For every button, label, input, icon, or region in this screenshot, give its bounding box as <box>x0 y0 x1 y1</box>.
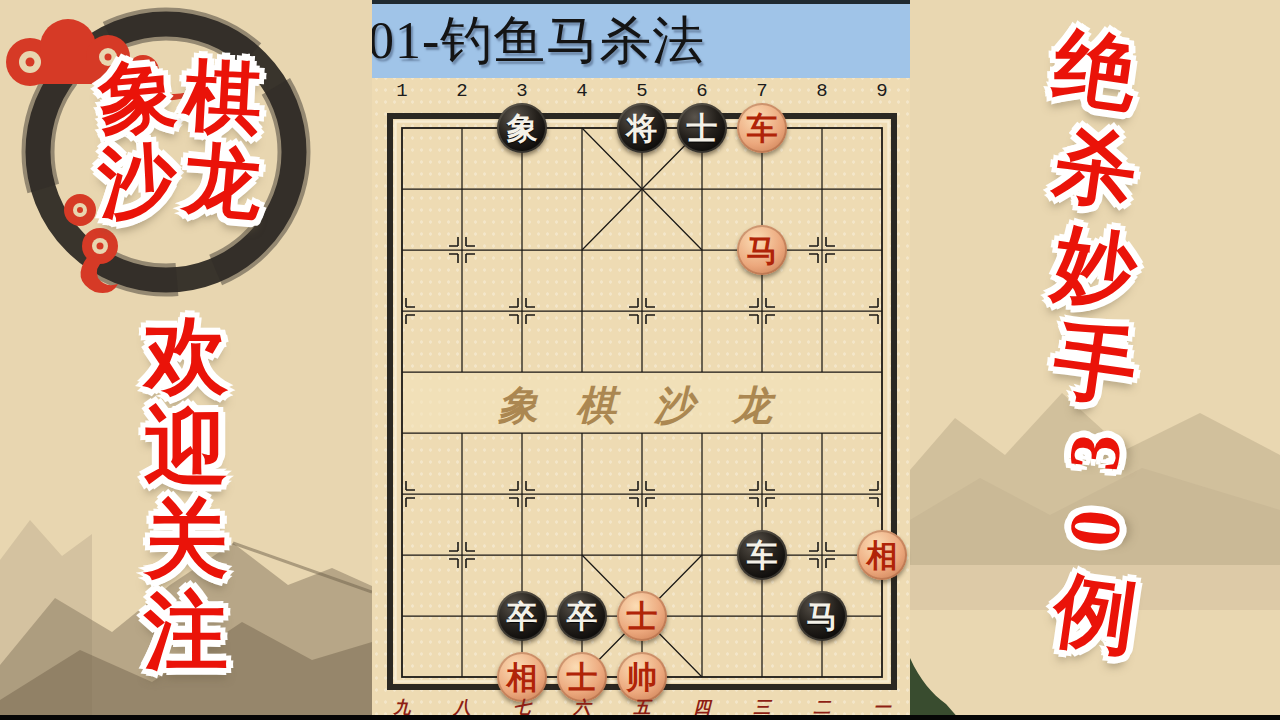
logo-char: 象 <box>92 52 184 143</box>
right-slogan: 绝杀妙手30例 <box>1010 22 1180 664</box>
file-label-bottom: 六 <box>552 696 612 716</box>
channel-logo: 象棋沙龙 <box>95 56 265 224</box>
red-elephant[interactable]: 相 <box>497 652 547 702</box>
slogan-char: 0 <box>1055 506 1134 550</box>
file-label-top: 4 <box>552 80 612 102</box>
slogan-char: 3 <box>1055 430 1134 474</box>
file-label-top: 5 <box>612 80 672 102</box>
file-label-bottom: 七 <box>492 696 552 716</box>
left-slogan: 欢迎关注 <box>0 310 372 678</box>
left-panel: 象棋沙龙 欢迎关注 <box>0 0 372 720</box>
right-panel: 绝杀妙手30例 <box>910 0 1280 720</box>
red-general[interactable]: 帅 <box>617 652 667 702</box>
video-frame: 象棋沙龙 欢迎关注 01-钓鱼马杀法 123456789 象 棋 沙 龙 象将士… <box>0 0 1280 720</box>
slogan-char: 欢 <box>144 310 228 402</box>
slogan-char: 关 <box>144 494 228 586</box>
file-label-top: 3 <box>492 80 552 102</box>
slogan-char: 绝 <box>1048 17 1143 125</box>
black-general[interactable]: 将 <box>617 103 667 153</box>
red-advisor[interactable]: 士 <box>617 591 667 641</box>
file-label-bottom: 二 <box>792 696 852 716</box>
slogan-char: 例 <box>1048 561 1143 669</box>
file-labels-top: 123456789 <box>372 80 912 102</box>
file-label-top: 1 <box>372 80 432 102</box>
slogan-char: 迎 <box>144 402 228 494</box>
logo-char: 龙 <box>177 136 269 227</box>
file-label-top: 2 <box>432 80 492 102</box>
file-label-bottom: 一 <box>852 696 912 716</box>
file-label-bottom: 九 <box>372 696 432 716</box>
slogan-char: 注 <box>144 586 228 678</box>
red-horse[interactable]: 马 <box>737 225 787 275</box>
black-pawn[interactable]: 卒 <box>497 591 547 641</box>
file-label-top: 7 <box>732 80 792 102</box>
red-elephant[interactable]: 相 <box>857 530 907 580</box>
file-label-top: 6 <box>672 80 732 102</box>
logo-char: 棋 <box>178 54 267 142</box>
bottom-edge <box>0 715 1280 720</box>
red-chariot[interactable]: 车 <box>737 103 787 153</box>
file-label-bottom: 八 <box>432 696 492 716</box>
file-label-bottom: 三 <box>732 696 792 716</box>
slogan-char: 手 <box>1048 311 1143 419</box>
slogan-char: 杀 <box>1048 115 1143 223</box>
black-pawn[interactable]: 卒 <box>557 591 607 641</box>
pieces-layer: 象将士车马车相卒卒士马相士帅 <box>372 98 912 708</box>
slogan-char: 妙 <box>1048 213 1143 321</box>
black-elephant[interactable]: 象 <box>497 103 547 153</box>
black-chariot[interactable]: 车 <box>737 530 787 580</box>
board-panel: 01-钓鱼马杀法 123456789 象 棋 沙 龙 象将士车马车相卒卒士马相士… <box>372 0 910 720</box>
black-advisor[interactable]: 士 <box>677 103 727 153</box>
file-label-bottom: 四 <box>672 696 732 716</box>
pine-silhouette <box>910 658 960 720</box>
file-label-top: 9 <box>852 80 912 102</box>
file-label-bottom: 五 <box>612 696 672 716</box>
red-advisor[interactable]: 士 <box>557 652 607 702</box>
file-labels-bottom: 九八七六五四三二一 <box>372 696 912 716</box>
logo-char: 沙 <box>93 138 182 226</box>
file-label-top: 8 <box>792 80 852 102</box>
black-horse[interactable]: 马 <box>797 591 847 641</box>
